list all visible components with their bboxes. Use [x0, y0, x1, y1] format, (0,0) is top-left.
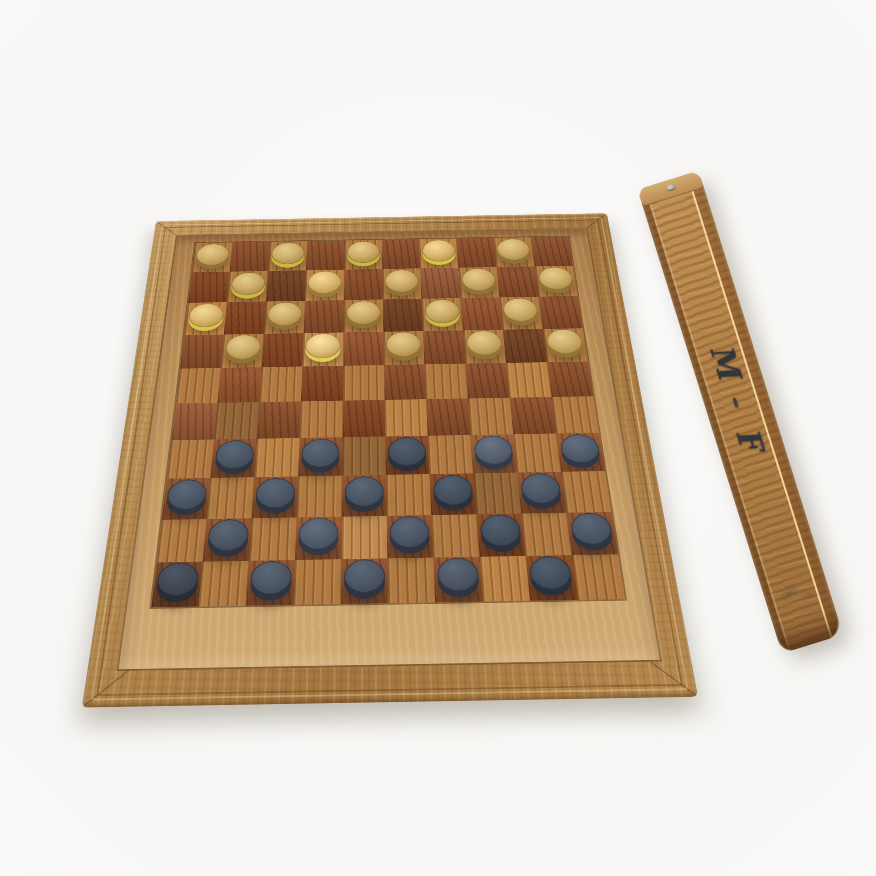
square-r4c5[interactable] — [343, 332, 384, 366]
square-r7c9[interactable] — [513, 434, 561, 473]
square-r1c1[interactable] — [192, 242, 233, 272]
navy-piece[interactable] — [250, 561, 292, 595]
navy-piece[interactable] — [344, 559, 385, 593]
square-r3c8[interactable] — [461, 298, 503, 331]
draughts-board — [82, 213, 698, 707]
square-r7c5[interactable] — [342, 437, 386, 476]
storage-box-bottom-cap — [773, 606, 843, 654]
box-monogram: M – F — [689, 338, 783, 464]
square-r2c1[interactable] — [188, 272, 230, 303]
square-r3c2[interactable] — [224, 302, 266, 335]
square-r1c8[interactable] — [456, 238, 496, 268]
square-r5c4[interactable] — [301, 366, 343, 402]
gold-piece[interactable] — [502, 298, 539, 322]
square-r1c3[interactable] — [268, 241, 307, 271]
square-r3c6[interactable] — [383, 299, 423, 332]
gold-piece[interactable] — [496, 238, 531, 260]
board-margin-panel — [116, 228, 662, 671]
monogram-letter-f: F — [731, 424, 767, 454]
square-r10c9[interactable] — [526, 555, 578, 601]
square-r6c6[interactable] — [385, 399, 428, 436]
square-r7c4[interactable] — [298, 437, 342, 476]
square-r10c8[interactable] — [480, 556, 531, 602]
board-grid — [151, 237, 625, 608]
navy-piece[interactable] — [214, 440, 254, 469]
square-r4c2[interactable] — [221, 334, 264, 368]
square-r8c9[interactable] — [517, 472, 566, 513]
gold-piece[interactable] — [195, 243, 230, 265]
square-r6c8[interactable] — [468, 398, 513, 435]
square-r1c7[interactable] — [419, 239, 458, 269]
gold-piece[interactable] — [271, 242, 305, 264]
square-r6c5[interactable] — [343, 400, 386, 437]
square-r7c6[interactable] — [385, 436, 429, 475]
square-r7c3[interactable] — [255, 438, 300, 477]
navy-piece[interactable] — [345, 476, 384, 507]
square-r6c7[interactable] — [426, 398, 470, 435]
square-r5c7[interactable] — [425, 363, 468, 399]
navy-piece[interactable] — [301, 438, 339, 467]
square-r9c5[interactable] — [341, 516, 387, 559]
square-r6c2[interactable] — [214, 402, 259, 439]
square-r9c6[interactable] — [387, 515, 434, 558]
square-r8c6[interactable] — [386, 474, 432, 515]
square-r5c1[interactable] — [176, 368, 221, 404]
square-r5c2[interactable] — [218, 367, 262, 403]
square-r6c1[interactable] — [172, 403, 218, 440]
square-r9c4[interactable] — [295, 516, 342, 559]
gold-piece[interactable] — [385, 269, 419, 292]
monogram-letter-m: M — [705, 341, 745, 383]
square-r2c5[interactable] — [344, 269, 383, 300]
square-r5c9[interactable] — [506, 362, 551, 398]
square-r9c9[interactable] — [521, 512, 571, 555]
square-r5c10[interactable] — [547, 361, 593, 397]
gold-piece[interactable] — [461, 268, 497, 291]
gold-piece[interactable] — [305, 333, 341, 358]
square-r10c4[interactable] — [293, 559, 341, 605]
square-r4c8[interactable] — [463, 329, 506, 363]
square-r9c1[interactable] — [157, 519, 207, 563]
square-r1c9[interactable] — [494, 237, 535, 267]
square-r8c1[interactable] — [162, 478, 211, 519]
square-r10c7[interactable] — [433, 557, 482, 603]
square-r4c7[interactable] — [423, 330, 465, 364]
square-r9c3[interactable] — [249, 517, 297, 560]
square-r4c4[interactable] — [303, 332, 344, 366]
square-r3c9[interactable] — [500, 297, 543, 330]
square-r1c2[interactable] — [230, 242, 270, 272]
square-r9c2[interactable] — [203, 518, 252, 561]
square-r8c5[interactable] — [342, 475, 387, 516]
square-r6c4[interactable] — [300, 401, 343, 438]
navy-piece[interactable] — [433, 475, 473, 506]
navy-piece[interactable] — [207, 519, 249, 551]
gold-piece[interactable] — [537, 267, 574, 290]
navy-piece[interactable] — [389, 516, 430, 548]
square-r5c8[interactable] — [465, 363, 509, 399]
gold-piece[interactable] — [224, 335, 261, 360]
gold-piece[interactable] — [466, 330, 503, 355]
square-r8c7[interactable] — [430, 474, 477, 515]
square-r9c7[interactable] — [432, 514, 480, 557]
square-r9c8[interactable] — [476, 513, 525, 556]
square-r2c10[interactable] — [535, 266, 578, 297]
navy-piece[interactable] — [255, 478, 295, 509]
square-r3c1[interactable] — [184, 302, 227, 335]
gold-piece[interactable] — [188, 303, 225, 327]
square-r10c1[interactable] — [151, 561, 203, 607]
square-r7c10[interactable] — [556, 433, 605, 472]
navy-piece[interactable] — [529, 556, 573, 590]
square-r1c4[interactable] — [306, 241, 344, 271]
storage-box-top-cap — [637, 170, 703, 206]
product-photo-scene: M – F — [0, 0, 876, 876]
gold-piece[interactable] — [308, 271, 342, 294]
square-r10c6[interactable] — [387, 557, 435, 603]
square-r3c5[interactable] — [344, 300, 384, 333]
square-r4c3[interactable] — [262, 333, 304, 367]
square-r10c2[interactable] — [199, 561, 249, 607]
square-r7c1[interactable] — [167, 440, 214, 479]
gold-piece[interactable] — [267, 302, 303, 326]
metal-pin-icon — [666, 183, 676, 190]
monogram-dash: – — [723, 391, 749, 410]
square-r4c9[interactable] — [503, 329, 547, 363]
square-r8c8[interactable] — [474, 473, 522, 514]
navy-piece[interactable] — [436, 558, 479, 592]
square-r5c3[interactable] — [259, 366, 302, 402]
square-r8c3[interactable] — [252, 477, 298, 518]
square-r3c4[interactable] — [304, 300, 344, 333]
square-r7c2[interactable] — [211, 439, 257, 478]
square-r3c3[interactable] — [264, 301, 305, 334]
square-r2c3[interactable] — [266, 270, 306, 301]
square-r6c10[interactable] — [551, 396, 598, 433]
square-r2c4[interactable] — [305, 270, 344, 301]
square-r2c9[interactable] — [497, 266, 539, 297]
navy-piece[interactable] — [559, 434, 601, 463]
square-r10c10[interactable] — [572, 554, 625, 600]
square-r1c6[interactable] — [382, 239, 421, 269]
square-r3c7[interactable] — [422, 298, 463, 331]
ink-smudge — [800, 587, 820, 602]
square-r10c5[interactable] — [341, 558, 388, 604]
board-frame — [82, 213, 698, 707]
square-r2c8[interactable] — [459, 267, 500, 298]
navy-piece[interactable] — [569, 513, 613, 545]
square-r7c7[interactable] — [428, 435, 474, 474]
square-r5c6[interactable] — [384, 364, 426, 400]
square-r10c3[interactable] — [246, 560, 295, 606]
square-r9c10[interactable] — [566, 512, 618, 555]
navy-piece[interactable] — [473, 435, 513, 464]
navy-piece[interactable] — [479, 514, 521, 546]
square-r2c6[interactable] — [382, 268, 421, 299]
square-r4c1[interactable] — [180, 334, 224, 368]
square-r1c5[interactable] — [344, 240, 382, 270]
square-r2c7[interactable] — [420, 268, 460, 299]
gold-piece[interactable] — [230, 272, 265, 295]
gold-piece[interactable] — [424, 299, 460, 323]
square-r4c6[interactable] — [383, 331, 424, 365]
square-r7c8[interactable] — [471, 434, 518, 473]
square-r3c10[interactable] — [539, 296, 583, 329]
navy-piece[interactable] — [298, 518, 338, 550]
square-r6c3[interactable] — [257, 401, 301, 438]
square-r4c10[interactable] — [543, 328, 588, 362]
navy-piece[interactable] — [388, 437, 427, 466]
gold-piece[interactable] — [346, 301, 381, 325]
square-r8c4[interactable] — [297, 476, 342, 517]
gold-piece[interactable] — [347, 241, 380, 263]
gold-piece[interactable] — [545, 329, 584, 354]
ink-smudge — [774, 580, 803, 606]
navy-piece[interactable] — [520, 473, 562, 504]
square-r8c2[interactable] — [207, 477, 255, 518]
square-r8c10[interactable] — [561, 471, 611, 512]
gold-piece[interactable] — [386, 332, 422, 357]
square-r1c10[interactable] — [531, 237, 573, 267]
navy-piece[interactable] — [156, 563, 200, 597]
square-r2c2[interactable] — [227, 271, 268, 302]
gold-piece[interactable] — [421, 239, 455, 261]
square-r6c9[interactable] — [510, 397, 556, 434]
navy-piece[interactable] — [166, 479, 208, 510]
square-r5c5[interactable] — [343, 365, 385, 401]
